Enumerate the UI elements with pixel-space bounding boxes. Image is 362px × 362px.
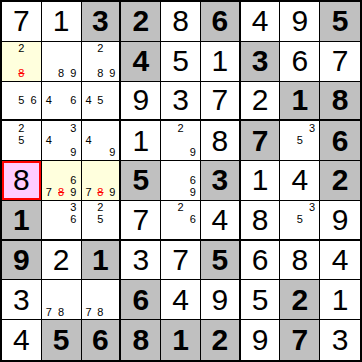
cell-r5c6[interactable]: 3 — [201, 161, 241, 201]
pencil-mark-9: 9 — [67, 187, 79, 199]
entered-digit: 3 — [332, 325, 349, 355]
pencil-marks: 56 — [3, 83, 40, 119]
entered-digit: 9 — [332, 205, 349, 235]
pencil-mark-3: 3 — [67, 202, 79, 214]
entered-digit: 6 — [291, 46, 308, 76]
pencil-mark-3: 3 — [306, 122, 318, 134]
pencil-marks: 789 — [83, 162, 119, 199]
pencil-mark-6: 6 — [67, 214, 79, 226]
entered-digit: 6 — [252, 245, 269, 275]
cell-r2c5[interactable]: 5 — [161, 42, 201, 82]
pencil-mark-6: 6 — [67, 174, 79, 186]
pencil-mark-8: 8 — [55, 306, 67, 318]
entered-digit: 1 — [132, 126, 149, 156]
cell-r1c6[interactable]: 6 — [201, 2, 241, 42]
given-digit: 5 — [132, 165, 149, 195]
pencil-mark-9: 9 — [106, 147, 118, 159]
cell-r3c5[interactable]: 3 — [161, 82, 201, 122]
pencil-marks: 289 — [83, 43, 119, 80]
pencil-mark-9: 9 — [67, 147, 79, 159]
given-digit: 6 — [211, 6, 228, 36]
cell-r8c6[interactable]: 9 — [201, 280, 241, 320]
given-digit: 2 — [211, 325, 228, 355]
pencil-mark-9: 9 — [106, 67, 118, 79]
cell-r8c4[interactable]: 6 — [121, 280, 161, 320]
pencil-marks: 6789 — [43, 162, 80, 199]
cell-r1c4[interactable]: 2 — [121, 2, 161, 42]
entered-digit: 8 — [211, 126, 228, 156]
cell-r9c4[interactable]: 8 — [121, 320, 161, 360]
given-digit: 1 — [172, 325, 189, 355]
given-digit: 1 — [291, 85, 308, 115]
entered-digit: 8 — [172, 6, 189, 36]
pencil-marks: 35 — [281, 202, 318, 238]
pencil-mark-9: 9 — [106, 187, 118, 199]
cell-r1c7[interactable]: 4 — [241, 2, 281, 42]
cell-r3c2[interactable]: 46 — [42, 82, 82, 122]
cell-r8c5[interactable]: 4 — [161, 280, 201, 320]
cell-r4c1[interactable]: 25 — [2, 121, 42, 161]
entered-digit: 1 — [252, 165, 269, 195]
cell-r8c3[interactable]: 78 — [82, 280, 122, 320]
cell-r9c6[interactable]: 2 — [201, 320, 241, 360]
pencil-mark-3: 3 — [306, 202, 318, 214]
entered-digit: 7 — [211, 85, 228, 115]
pencil-marks: 78 — [43, 281, 80, 318]
pencil-mark-5: 5 — [94, 94, 106, 106]
pencil-mark-7: 7 — [43, 306, 55, 318]
pencil-mark-5: 5 — [94, 214, 106, 226]
cell-r7c6[interactable]: 5 — [201, 241, 241, 281]
cell-r5c5[interactable]: 69 — [161, 161, 201, 201]
cell-r2c7[interactable]: 3 — [241, 42, 281, 82]
cell-r2c4[interactable]: 4 — [121, 42, 161, 82]
cell-r9c2[interactable]: 5 — [42, 320, 82, 360]
pencil-mark-6: 6 — [187, 174, 199, 186]
cell-r4c8[interactable]: 35 — [280, 121, 320, 161]
pencil-mark-8: 8 — [94, 67, 106, 79]
pencil-marks: 25 — [3, 122, 40, 159]
pencil-mark-5: 5 — [294, 214, 306, 226]
cell-r6c2[interactable]: 36 — [42, 201, 82, 241]
cell-r8c1[interactable]: 3 — [2, 280, 42, 320]
entered-digit: 8 — [13, 165, 30, 195]
cell-r2c9[interactable]: 7 — [320, 42, 360, 82]
entered-digit: 4 — [332, 245, 349, 275]
pencil-mark-7: 7 — [83, 306, 95, 318]
entered-digit: 7 — [332, 46, 349, 76]
pencil-mark-4: 4 — [83, 135, 95, 147]
entered-digit: 1 — [211, 46, 228, 76]
pencil-mark-8-struck: 8 — [15, 67, 27, 79]
cell-r6c9[interactable]: 9 — [320, 201, 360, 241]
cell-r1c5[interactable]: 8 — [161, 2, 201, 42]
pencil-mark-2: 2 — [94, 202, 106, 214]
pencil-marks: 28 — [3, 43, 40, 80]
sudoku-board: 7132864952889289451367564645937218253494… — [0, 0, 362, 362]
cell-r7c9[interactable]: 4 — [320, 241, 360, 281]
cell-r6c7[interactable]: 8 — [241, 201, 281, 241]
cell-r1c2[interactable]: 1 — [42, 2, 82, 42]
pencil-marks: 26 — [162, 202, 199, 238]
pencil-mark-6: 6 — [187, 214, 199, 226]
cell-r3c3[interactable]: 45 — [82, 82, 122, 122]
given-digit: 2 — [132, 6, 149, 36]
entered-digit: 4 — [211, 205, 228, 235]
cell-r8c8[interactable]: 2 — [280, 280, 320, 320]
entered-digit: 3 — [13, 285, 30, 315]
entered-digit: 1 — [332, 285, 349, 315]
pencil-mark-2: 2 — [174, 202, 186, 214]
pencil-marks: 45 — [83, 83, 119, 119]
cell-r1c8[interactable]: 9 — [280, 2, 320, 42]
pencil-marks: 49 — [83, 122, 119, 159]
given-digit: 1 — [13, 205, 30, 235]
cell-r1c9[interactable]: 5 — [320, 2, 360, 42]
cell-r5c3[interactable]: 789 — [82, 161, 122, 201]
cell-r7c8[interactable]: 8 — [280, 241, 320, 281]
given-digit: 1 — [92, 245, 109, 275]
pencil-mark-9: 9 — [187, 187, 199, 199]
cell-r6c8[interactable]: 35 — [280, 201, 320, 241]
given-digit: 6 — [92, 325, 109, 355]
entered-digit: 2 — [252, 85, 269, 115]
pencil-mark-3: 3 — [67, 122, 79, 134]
pencil-mark-9: 9 — [67, 67, 79, 79]
cell-r3c9[interactable]: 8 — [320, 82, 360, 122]
given-digit: 9 — [13, 245, 30, 275]
cell-r6c1[interactable]: 1 — [2, 201, 42, 241]
entered-digit: 3 — [172, 85, 189, 115]
pencil-marks: 69 — [162, 162, 199, 199]
cell-r2c2[interactable]: 89 — [42, 42, 82, 82]
pencil-marks: 36 — [43, 202, 80, 238]
cell-r3c1[interactable]: 56 — [2, 82, 42, 122]
pencil-marks: 35 — [281, 122, 318, 159]
cell-r8c7[interactable]: 5 — [241, 280, 281, 320]
cell-r5c7[interactable]: 1 — [241, 161, 281, 201]
cell-r7c1[interactable]: 9 — [2, 241, 42, 281]
cell-r3c8[interactable]: 1 — [280, 82, 320, 122]
cell-r2c8[interactable]: 6 — [280, 42, 320, 82]
cell-r5c1[interactable]: 8 — [2, 161, 42, 201]
cell-r1c3[interactable]: 3 — [82, 2, 122, 42]
entered-digit: 8 — [252, 205, 269, 235]
given-digit: 2 — [291, 285, 308, 315]
given-digit: 7 — [291, 325, 308, 355]
entered-digit: 5 — [252, 285, 269, 315]
cell-r4c2[interactable]: 349 — [42, 121, 82, 161]
entered-digit: 4 — [252, 6, 269, 36]
pencil-mark-2: 2 — [94, 43, 106, 55]
pencil-mark-8: 8 — [94, 306, 106, 318]
entered-digit: 4 — [13, 325, 30, 355]
cell-r2c6[interactable]: 1 — [201, 42, 241, 82]
entered-digit: 7 — [172, 245, 189, 275]
entered-digit: 1 — [53, 6, 70, 36]
cell-r4c4[interactable]: 1 — [121, 121, 161, 161]
entered-digit: 7 — [13, 6, 30, 36]
entered-digit: 8 — [291, 245, 308, 275]
pencil-mark-2: 2 — [15, 43, 27, 55]
given-digit: 5 — [53, 325, 70, 355]
given-digit: 6 — [132, 285, 149, 315]
pencil-mark-5: 5 — [15, 135, 27, 147]
pencil-mark-5: 5 — [15, 94, 27, 106]
cell-r2c1[interactable]: 28 — [2, 42, 42, 82]
cell-r6c3[interactable]: 25 — [82, 201, 122, 241]
cell-r6c6[interactable]: 4 — [201, 201, 241, 241]
pencil-mark-4: 4 — [43, 94, 55, 106]
given-digit: 4 — [132, 46, 149, 76]
entered-digit: 3 — [132, 245, 149, 275]
cell-r1c1[interactable]: 7 — [2, 2, 42, 42]
entered-digit: 4 — [172, 285, 189, 315]
pencil-mark-6: 6 — [67, 94, 79, 106]
pencil-mark-4: 4 — [43, 135, 55, 147]
cell-r3c7[interactable]: 2 — [241, 82, 281, 122]
pencil-marks: 25 — [83, 202, 119, 238]
given-digit: 5 — [211, 245, 228, 275]
cell-r4c7[interactable]: 7 — [241, 121, 281, 161]
pencil-mark-8-struck: 8 — [94, 187, 106, 199]
entered-digit: 9 — [291, 6, 308, 36]
pencil-mark-7: 7 — [43, 187, 55, 199]
cell-r3c6[interactable]: 7 — [201, 82, 241, 122]
cell-r8c2[interactable]: 78 — [42, 280, 82, 320]
pencil-marks: 46 — [43, 83, 80, 119]
pencil-mark-6: 6 — [28, 94, 40, 106]
cell-r7c5[interactable]: 7 — [161, 241, 201, 281]
pencil-mark-8: 8 — [55, 67, 67, 79]
pencil-mark-4: 4 — [83, 94, 95, 106]
cell-r7c3[interactable]: 1 — [82, 241, 122, 281]
pencil-mark-8-struck: 8 — [55, 187, 67, 199]
cell-r5c8[interactable]: 4 — [280, 161, 320, 201]
given-digit: 5 — [332, 6, 349, 36]
cell-r5c4[interactable]: 5 — [121, 161, 161, 201]
cell-r6c5[interactable]: 26 — [161, 201, 201, 241]
given-digit: 3 — [211, 165, 228, 195]
given-digit: 8 — [332, 85, 349, 115]
pencil-mark-5: 5 — [294, 135, 306, 147]
cell-r4c9[interactable]: 6 — [320, 121, 360, 161]
entered-digit: 9 — [211, 285, 228, 315]
given-digit: 7 — [252, 126, 269, 156]
given-digit: 6 — [332, 126, 349, 156]
cell-r9c3[interactable]: 6 — [82, 320, 122, 360]
pencil-mark-9: 9 — [187, 147, 199, 159]
pencil-marks: 29 — [162, 122, 199, 159]
given-digit: 2 — [332, 165, 349, 195]
cell-r9c7[interactable]: 9 — [241, 320, 281, 360]
cell-r5c9[interactable]: 2 — [320, 161, 360, 201]
given-digit: 8 — [132, 325, 149, 355]
cell-r4c3[interactable]: 49 — [82, 121, 122, 161]
pencil-marks: 78 — [83, 281, 119, 318]
entered-digit: 7 — [132, 205, 149, 235]
entered-digit: 9 — [252, 325, 269, 355]
given-digit: 3 — [252, 46, 269, 76]
cell-r6c4[interactable]: 7 — [121, 201, 161, 241]
cell-r9c5[interactable]: 1 — [161, 320, 201, 360]
cell-r7c7[interactable]: 6 — [241, 241, 281, 281]
pencil-mark-7: 7 — [83, 187, 95, 199]
cell-r7c2[interactable]: 2 — [42, 241, 82, 281]
entered-digit: 5 — [172, 46, 189, 76]
cell-r4c6[interactable]: 8 — [201, 121, 241, 161]
cell-r9c8[interactable]: 7 — [280, 320, 320, 360]
entered-digit: 9 — [132, 85, 149, 115]
given-digit: 3 — [92, 6, 109, 36]
entered-digit: 2 — [53, 245, 70, 275]
cell-r3c4[interactable]: 9 — [121, 82, 161, 122]
pencil-mark-2: 2 — [174, 122, 186, 134]
cell-r4c5[interactable]: 29 — [161, 121, 201, 161]
cell-r5c2[interactable]: 6789 — [42, 161, 82, 201]
cell-r8c9[interactable]: 1 — [320, 280, 360, 320]
cell-r9c9[interactable]: 3 — [320, 320, 360, 360]
pencil-mark-2: 2 — [15, 122, 27, 134]
cell-r7c4[interactable]: 3 — [121, 241, 161, 281]
pencil-marks: 89 — [43, 43, 80, 80]
entered-digit: 4 — [291, 165, 308, 195]
cell-r9c1[interactable]: 4 — [2, 320, 42, 360]
pencil-marks: 349 — [43, 122, 80, 159]
cell-r2c3[interactable]: 289 — [82, 42, 122, 82]
